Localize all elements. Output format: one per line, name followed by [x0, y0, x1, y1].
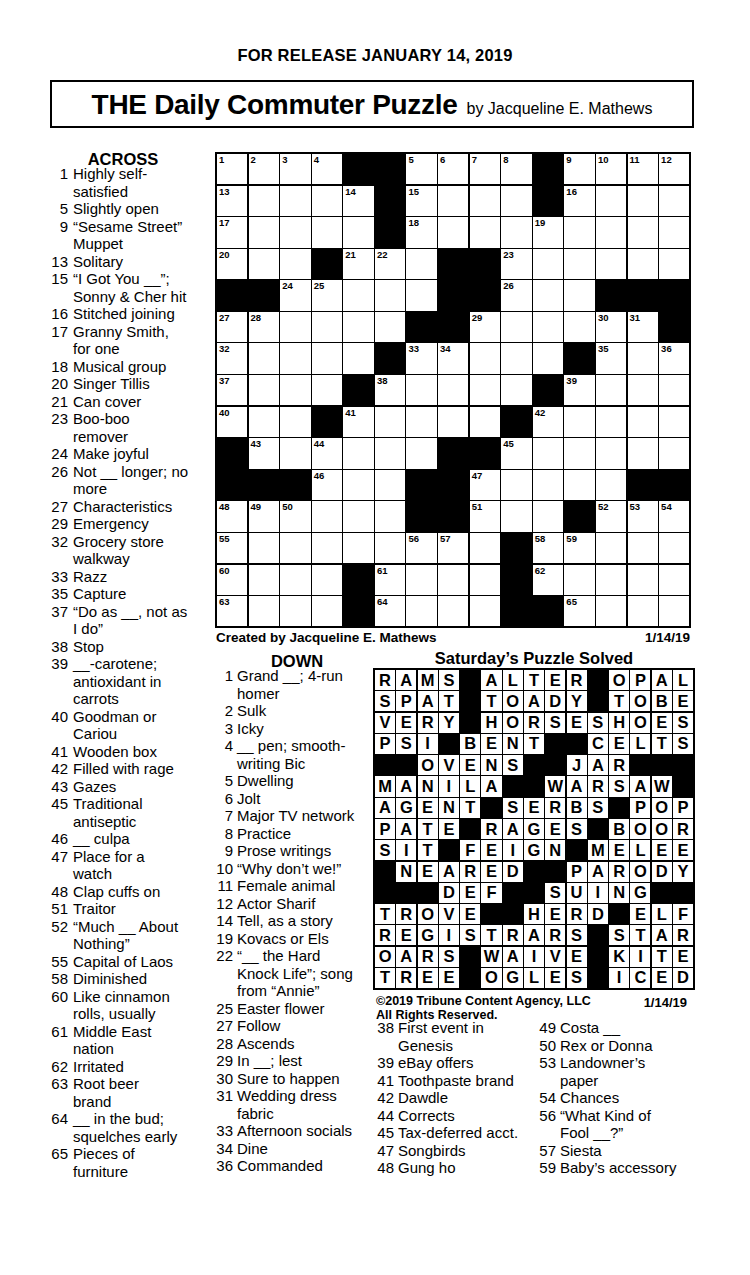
- main-grid-cell[interactable]: 34: [438, 343, 468, 373]
- main-grid-cell[interactable]: [501, 343, 531, 373]
- main-grid-cell[interactable]: 53: [628, 501, 658, 531]
- main-grid-cell[interactable]: 14: [343, 186, 373, 216]
- main-grid-cell[interactable]: [438, 375, 468, 405]
- main-grid-cell[interactable]: [375, 470, 405, 500]
- main-grid-cell[interactable]: [659, 407, 689, 437]
- main-grid-cell[interactable]: [375, 438, 405, 468]
- main-grid-cell[interactable]: 7: [470, 154, 500, 184]
- main-grid-cell[interactable]: [249, 249, 279, 279]
- main-grid-cell[interactable]: [343, 217, 373, 247]
- main-grid-cell[interactable]: 6: [438, 154, 468, 184]
- solved-grid-cell: V: [545, 947, 565, 967]
- clue-number: 9: [30, 218, 68, 236]
- solved-grid-cell: E: [439, 968, 459, 988]
- main-grid-cell[interactable]: [249, 533, 279, 563]
- main-grid-cell[interactable]: [249, 343, 279, 373]
- main-grid-cell[interactable]: [280, 375, 310, 405]
- main-grid-cell[interactable]: [596, 217, 626, 247]
- cell-letter: I: [510, 841, 515, 860]
- main-grid-cell[interactable]: 22: [375, 249, 405, 279]
- main-grid-black-cell: [249, 280, 279, 310]
- main-grid-cell[interactable]: [312, 596, 342, 626]
- main-grid-cell[interactable]: [280, 565, 310, 595]
- main-grid-cell[interactable]: 15: [406, 186, 436, 216]
- clue: 42Dawdle: [374, 1089, 530, 1107]
- main-grid-cell[interactable]: [343, 280, 373, 310]
- clue-number: 18: [30, 358, 68, 376]
- cell-number: 1: [219, 154, 224, 165]
- clue: 21Can cover: [30, 393, 216, 411]
- main-grid-cell[interactable]: [659, 565, 689, 595]
- cell-letter: P: [380, 820, 391, 839]
- main-grid-cell[interactable]: 65: [564, 596, 594, 626]
- main-grid-cell[interactable]: [375, 280, 405, 310]
- main-crossword-grid[interactable]: 1234567891011121314151617181920212223242…: [215, 152, 691, 628]
- main-grid-cell[interactable]: [406, 407, 436, 437]
- main-grid-cell[interactable]: 16: [564, 186, 594, 216]
- solved-grid-cell: N: [396, 862, 416, 882]
- clue-text: Dawdle: [398, 1089, 448, 1106]
- main-grid-cell[interactable]: [470, 186, 500, 216]
- main-grid-cell[interactable]: [280, 217, 310, 247]
- cell-letter: E: [465, 756, 476, 775]
- main-grid-cell[interactable]: [596, 470, 626, 500]
- solved-grid-cell: D: [652, 862, 672, 882]
- main-grid-cell[interactable]: 39: [564, 375, 594, 405]
- main-grid-cell[interactable]: 63: [217, 596, 247, 626]
- main-grid-cell[interactable]: 58: [533, 533, 563, 563]
- main-grid-cell[interactable]: [406, 438, 436, 468]
- main-grid-cell[interactable]: [501, 186, 531, 216]
- main-grid-cell[interactable]: [628, 438, 658, 468]
- main-grid-cell[interactable]: 37: [217, 375, 247, 405]
- cell-letter: T: [423, 841, 433, 860]
- main-grid-cell[interactable]: 61: [375, 565, 405, 595]
- main-grid-cell[interactable]: [470, 533, 500, 563]
- main-grid-cell[interactable]: [438, 407, 468, 437]
- cell-letter: G: [400, 798, 413, 817]
- main-grid-cell[interactable]: [659, 533, 689, 563]
- clue-text: __-carotene; antioxidant in carrots: [73, 655, 161, 707]
- cell-letter: F: [678, 905, 688, 924]
- cell-letter: D: [443, 883, 455, 902]
- main-grid-cell[interactable]: [280, 312, 310, 342]
- main-grid-cell[interactable]: [312, 217, 342, 247]
- main-grid-cell[interactable]: [280, 249, 310, 279]
- main-grid-cell[interactable]: [249, 217, 279, 247]
- solved-grid-cell: O: [630, 713, 650, 733]
- main-grid-cell[interactable]: [659, 596, 689, 626]
- main-grid-cell[interactable]: [533, 438, 563, 468]
- main-grid-cell[interactable]: 64: [375, 596, 405, 626]
- clue-text: __ in the bud; squelches early: [73, 1110, 177, 1145]
- clue-number: 41: [30, 743, 68, 761]
- cell-letter: Y: [571, 692, 582, 711]
- solved-grid-cell: Y: [439, 713, 459, 733]
- main-grid-cell[interactable]: [501, 470, 531, 500]
- solved-grid-cell: E: [567, 947, 587, 967]
- main-grid-cell[interactable]: [596, 438, 626, 468]
- main-grid-cell[interactable]: [628, 217, 658, 247]
- main-grid-cell[interactable]: [564, 249, 594, 279]
- main-grid-cell[interactable]: 28: [249, 312, 279, 342]
- main-grid-cell[interactable]: [406, 249, 436, 279]
- main-grid-cell[interactable]: [659, 186, 689, 216]
- main-grid-cell[interactable]: 17: [217, 217, 247, 247]
- main-grid-cell[interactable]: 38: [375, 375, 405, 405]
- main-grid-black-cell: [564, 343, 594, 373]
- main-grid-cell[interactable]: [470, 343, 500, 373]
- main-grid-cell[interactable]: [596, 249, 626, 279]
- main-grid-cell[interactable]: 26: [501, 280, 531, 310]
- masthead-box: THE Daily Commuter Puzzle by Jacqueline …: [50, 80, 694, 128]
- main-grid-cell[interactable]: [406, 375, 436, 405]
- solved-grid-cell: V: [375, 713, 395, 733]
- solved-grid-cell: N: [545, 840, 565, 860]
- main-grid-cell[interactable]: 5: [406, 154, 436, 184]
- cell-letter: R: [549, 798, 561, 817]
- main-grid-cell[interactable]: 35: [596, 343, 626, 373]
- main-grid-cell[interactable]: 10: [596, 154, 626, 184]
- main-grid-cell[interactable]: 20: [217, 249, 247, 279]
- main-grid-cell[interactable]: [659, 375, 689, 405]
- cell-number: 48: [219, 501, 230, 512]
- main-grid-cell[interactable]: [533, 501, 563, 531]
- solved-grid-cell: I: [503, 840, 523, 860]
- main-grid-cell[interactable]: [312, 375, 342, 405]
- clue: 2Sulk: [213, 702, 381, 720]
- main-grid-cell[interactable]: [596, 565, 626, 595]
- main-grid-cell[interactable]: [501, 312, 531, 342]
- cell-letter: S: [677, 713, 688, 732]
- clue-number: 37: [30, 603, 68, 621]
- clue: 46__ culpa: [30, 830, 216, 848]
- main-grid-cell[interactable]: [438, 217, 468, 247]
- solved-grid-cell: A: [588, 755, 608, 775]
- main-grid-cell[interactable]: [343, 343, 373, 373]
- solved-grid-cell: S: [396, 734, 416, 754]
- main-grid-cell[interactable]: [596, 375, 626, 405]
- main-grid-cell[interactable]: [659, 249, 689, 279]
- main-grid-cell[interactable]: [596, 533, 626, 563]
- main-grid-cell[interactable]: [280, 407, 310, 437]
- main-grid-cell[interactable]: [312, 501, 342, 531]
- cell-number: 53: [630, 501, 641, 512]
- main-grid-cell[interactable]: [596, 407, 626, 437]
- main-grid-cell[interactable]: [564, 407, 594, 437]
- main-grid-cell[interactable]: 57: [438, 533, 468, 563]
- cell-letter: S: [380, 841, 391, 860]
- main-grid-cell[interactable]: 46: [312, 470, 342, 500]
- cell-number: 22: [377, 249, 388, 260]
- solved-grid-black-cell: [652, 883, 672, 903]
- cell-letter: V: [443, 905, 454, 924]
- solved-grid-cell: O: [503, 713, 523, 733]
- solved-puzzle-date: 1/14/19: [373, 995, 687, 1010]
- cell-number: 55: [219, 533, 230, 544]
- main-grid-cell[interactable]: [438, 565, 468, 595]
- cell-letter: L: [635, 841, 645, 860]
- main-grid-cell[interactable]: [280, 186, 310, 216]
- main-grid-cell[interactable]: [564, 280, 594, 310]
- main-grid-cell[interactable]: [501, 217, 531, 247]
- clue-text: Prose writings: [237, 842, 331, 859]
- main-grid-cell[interactable]: [375, 533, 405, 563]
- main-grid-cell[interactable]: [628, 596, 658, 626]
- clue-text: First event in Genesis: [398, 1019, 484, 1054]
- main-grid-cell[interactable]: 1: [217, 154, 247, 184]
- main-grid-cell[interactable]: [564, 438, 594, 468]
- main-grid-cell[interactable]: [438, 596, 468, 626]
- clue-text: Toothpaste brand: [398, 1072, 514, 1089]
- main-grid-cell[interactable]: [470, 565, 500, 595]
- clue-text: Not __ longer; no more: [73, 463, 188, 498]
- main-grid-cell[interactable]: [533, 343, 563, 373]
- clue: 35Capture: [30, 585, 216, 603]
- cell-number: 26: [503, 280, 514, 291]
- main-grid-cell[interactable]: 51: [470, 501, 500, 531]
- main-grid-cell[interactable]: [406, 565, 436, 595]
- clue-text: Razz: [73, 568, 107, 585]
- main-grid-cell[interactable]: [375, 312, 405, 342]
- main-grid-cell[interactable]: 2: [249, 154, 279, 184]
- main-grid-cell[interactable]: [438, 186, 468, 216]
- main-grid-cell[interactable]: 47: [470, 470, 500, 500]
- solved-grid-black-cell: [481, 798, 501, 818]
- main-grid-cell[interactable]: 13: [217, 186, 247, 216]
- solved-grid-cell: Y: [673, 862, 693, 882]
- main-grid-cell[interactable]: 60: [217, 565, 247, 595]
- main-grid-cell[interactable]: [628, 375, 658, 405]
- clue-number: 29: [213, 1052, 233, 1070]
- main-grid-cell[interactable]: [628, 407, 658, 437]
- clue-number: 27: [213, 1017, 233, 1035]
- main-grid-cell[interactable]: 8: [501, 154, 531, 184]
- main-grid-cell[interactable]: 44: [312, 438, 342, 468]
- cell-letter: P: [635, 671, 646, 690]
- main-grid-cell[interactable]: 41: [343, 407, 373, 437]
- clue-number: 56: [536, 1107, 556, 1125]
- main-grid-cell[interactable]: [470, 596, 500, 626]
- main-grid-cell[interactable]: [533, 312, 563, 342]
- solved-grid-cell: E: [609, 840, 629, 860]
- solved-grid-cell: I: [609, 968, 629, 988]
- solved-grid-cell: O: [652, 798, 672, 818]
- clue-text: Wooden box: [73, 743, 157, 760]
- main-grid-cell[interactable]: 18: [406, 217, 436, 247]
- main-grid-cell[interactable]: [406, 280, 436, 310]
- clue-number: 45: [30, 795, 68, 813]
- solved-grid-cell: J: [567, 755, 587, 775]
- solved-grid-cell: R: [375, 670, 395, 690]
- main-grid-cell[interactable]: [249, 596, 279, 626]
- main-grid-cell[interactable]: [375, 501, 405, 531]
- solved-grid-black-cell: [396, 755, 416, 775]
- main-grid-cell[interactable]: [628, 249, 658, 279]
- main-grid-cell[interactable]: [280, 596, 310, 626]
- cell-letter: A: [656, 671, 668, 690]
- solved-grid-black-cell: [588, 819, 608, 839]
- main-grid-cell[interactable]: [596, 596, 626, 626]
- solved-grid-cell: R: [503, 925, 523, 945]
- clue-number: 39: [30, 655, 68, 673]
- clue: 12Actor Sharif: [213, 895, 381, 913]
- solved-grid-cell: G: [396, 798, 416, 818]
- main-grid-cell[interactable]: [659, 217, 689, 247]
- cell-letter: O: [506, 692, 519, 711]
- main-grid-cell[interactable]: 23: [501, 249, 531, 279]
- main-grid-cell[interactable]: 21: [343, 249, 373, 279]
- main-grid-cell[interactable]: 25: [312, 280, 342, 310]
- main-grid-cell[interactable]: [596, 186, 626, 216]
- main-grid-cell[interactable]: 49: [249, 501, 279, 531]
- main-grid-cell[interactable]: [249, 565, 279, 595]
- clue-number: 22: [213, 947, 233, 965]
- main-grid-cell[interactable]: 42: [533, 407, 563, 437]
- main-grid-cell[interactable]: 59: [564, 533, 594, 563]
- cell-letter: S: [443, 947, 454, 966]
- main-grid-black-cell: [501, 407, 531, 437]
- solved-grid-cell: T: [418, 819, 438, 839]
- solved-grid-cell: D: [503, 862, 523, 882]
- cell-letter: A: [528, 692, 540, 711]
- cell-letter: D: [677, 968, 689, 987]
- main-grid-cell[interactable]: [564, 312, 594, 342]
- main-grid-cell[interactable]: [280, 438, 310, 468]
- main-grid-cell[interactable]: 36: [659, 343, 689, 373]
- main-grid-cell[interactable]: [501, 375, 531, 405]
- solved-grid-cell: A: [375, 798, 395, 818]
- cell-letter: O: [379, 947, 392, 966]
- main-grid-cell[interactable]: [312, 343, 342, 373]
- solved-grid-cell: E: [418, 798, 438, 818]
- main-grid-cell[interactable]: [628, 565, 658, 595]
- main-grid-cell[interactable]: [564, 565, 594, 595]
- clue: 5Slightly open: [30, 200, 216, 218]
- main-grid-cell[interactable]: 24: [280, 280, 310, 310]
- main-grid-cell[interactable]: [564, 217, 594, 247]
- solved-grid-cell: W: [481, 947, 501, 967]
- main-grid-cell[interactable]: 40: [217, 407, 247, 437]
- solved-grid-cell: O: [652, 819, 672, 839]
- cell-number: 20: [219, 249, 230, 260]
- main-grid-cell[interactable]: [343, 501, 373, 531]
- main-grid-cell[interactable]: [628, 533, 658, 563]
- main-grid-cell[interactable]: [343, 438, 373, 468]
- main-grid-cell[interactable]: [659, 438, 689, 468]
- main-grid-cell[interactable]: [312, 565, 342, 595]
- main-grid-cell[interactable]: [249, 407, 279, 437]
- clue: 62Irritated: [30, 1058, 216, 1076]
- main-grid-cell[interactable]: 32: [217, 343, 247, 373]
- cell-letter: I: [596, 883, 601, 902]
- main-grid-cell[interactable]: [249, 186, 279, 216]
- main-grid-cell[interactable]: 56: [406, 533, 436, 563]
- clue: 52“Much __ About Nothing”: [30, 918, 216, 953]
- clue-number: 59: [536, 1159, 556, 1177]
- main-grid-cell[interactable]: [533, 280, 563, 310]
- main-grid-black-cell: [438, 312, 468, 342]
- main-grid-cell[interactable]: 50: [280, 501, 310, 531]
- solved-grid-black-cell: [588, 670, 608, 690]
- solved-grid-cell: I: [630, 947, 650, 967]
- main-grid-cell[interactable]: 48: [217, 501, 247, 531]
- clue-text: Grand __; 4-run homer: [237, 667, 343, 702]
- cell-number: 40: [219, 407, 230, 418]
- main-grid-cell[interactable]: 55: [217, 533, 247, 563]
- clue-text: Irritated: [73, 1058, 124, 1075]
- main-grid-cell[interactable]: 43: [249, 438, 279, 468]
- main-grid-black-cell: [312, 407, 342, 437]
- solved-grid-cell: S: [545, 883, 565, 903]
- clue-number: 19: [213, 930, 233, 948]
- main-grid-cell[interactable]: [628, 186, 658, 216]
- solved-grid-cell: E: [481, 862, 501, 882]
- main-grid-cell[interactable]: [343, 312, 373, 342]
- clue-text: Diminished: [73, 970, 147, 987]
- main-grid-cell[interactable]: 3: [280, 154, 310, 184]
- main-grid-cell[interactable]: 31: [628, 312, 658, 342]
- main-grid-cell[interactable]: [249, 375, 279, 405]
- main-grid-cell[interactable]: [280, 343, 310, 373]
- solved-grid-cell: R: [418, 713, 438, 733]
- main-grid-cell[interactable]: [628, 343, 658, 373]
- main-grid-cell[interactable]: 62: [533, 565, 563, 595]
- solved-grid-cell: K: [609, 947, 629, 967]
- clue-text: Afternoon socials: [237, 1122, 352, 1139]
- clue-text: Singer Tillis: [73, 375, 150, 392]
- solved-grid-cell: S: [609, 776, 629, 796]
- main-grid-cell[interactable]: [375, 407, 405, 437]
- main-grid-cell[interactable]: 29: [470, 312, 500, 342]
- main-grid-cell[interactable]: [470, 217, 500, 247]
- main-grid-cell[interactable]: 12: [659, 154, 689, 184]
- main-grid-cell[interactable]: 54: [659, 501, 689, 531]
- solved-grid-cell: R: [673, 819, 693, 839]
- cell-letter: S: [614, 777, 625, 796]
- main-grid-cell[interactable]: 30: [596, 312, 626, 342]
- main-grid-cell[interactable]: [470, 407, 500, 437]
- cell-letter: E: [550, 968, 561, 987]
- main-grid-cell[interactable]: [280, 533, 310, 563]
- clue-number: 17: [30, 323, 68, 341]
- main-grid-cell[interactable]: [533, 249, 563, 279]
- main-grid-cell[interactable]: [312, 186, 342, 216]
- main-grid-cell[interactable]: 4: [312, 154, 342, 184]
- main-grid-cell[interactable]: [564, 470, 594, 500]
- main-grid-cell[interactable]: [406, 596, 436, 626]
- main-grid-cell[interactable]: 33: [406, 343, 436, 373]
- solved-grid-cell: E: [545, 670, 565, 690]
- main-grid-cell[interactable]: 19: [533, 217, 563, 247]
- main-grid-cell[interactable]: 11: [628, 154, 658, 184]
- main-grid-cell[interactable]: [312, 533, 342, 563]
- clue-text: Landowner’s paper: [560, 1054, 645, 1089]
- main-grid-cell[interactable]: [470, 375, 500, 405]
- main-grid-cell[interactable]: [343, 470, 373, 500]
- main-grid-cell[interactable]: 45: [501, 438, 531, 468]
- clue-text: Pieces of furniture: [73, 1145, 135, 1180]
- clue-text: Stop: [73, 638, 104, 655]
- main-grid-cell[interactable]: [533, 470, 563, 500]
- main-grid-cell[interactable]: 9: [564, 154, 594, 184]
- solved-grid-cell: R: [418, 947, 438, 967]
- main-grid-cell[interactable]: 52: [596, 501, 626, 531]
- main-grid-cell[interactable]: 27: [217, 312, 247, 342]
- main-grid-cell[interactable]: [501, 501, 531, 531]
- main-grid-cell[interactable]: [312, 312, 342, 342]
- main-grid-cell[interactable]: [343, 533, 373, 563]
